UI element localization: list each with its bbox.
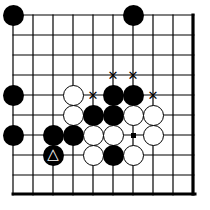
board-point[interactable]: ✕ bbox=[83, 85, 103, 105]
board-point[interactable] bbox=[123, 25, 143, 45]
board-point[interactable] bbox=[163, 125, 183, 145]
black-stone bbox=[103, 85, 124, 106]
board-point[interactable] bbox=[103, 125, 123, 145]
black-stone bbox=[3, 125, 24, 146]
board-point[interactable] bbox=[143, 65, 163, 85]
board-point[interactable] bbox=[143, 5, 163, 25]
board-point[interactable] bbox=[163, 105, 183, 125]
board-point[interactable] bbox=[3, 125, 23, 145]
board-point[interactable] bbox=[123, 45, 143, 65]
board-point[interactable] bbox=[3, 105, 23, 125]
board-point[interactable] bbox=[183, 25, 203, 45]
board-point[interactable] bbox=[83, 125, 103, 145]
board-point[interactable]: ✕ bbox=[143, 85, 163, 105]
board-point[interactable] bbox=[83, 65, 103, 85]
board-point[interactable]: ✕ bbox=[123, 65, 143, 85]
board-point[interactable] bbox=[23, 165, 43, 185]
board-point[interactable] bbox=[143, 165, 163, 185]
x-mark-icon: ✕ bbox=[128, 69, 139, 82]
x-mark-icon: ✕ bbox=[88, 89, 99, 102]
white-stone bbox=[63, 85, 84, 106]
board-point[interactable] bbox=[3, 45, 23, 65]
board-point[interactable] bbox=[23, 85, 43, 105]
board-point[interactable] bbox=[43, 25, 63, 45]
board-point[interactable] bbox=[3, 5, 23, 25]
black-stone bbox=[3, 85, 24, 106]
board-point[interactable] bbox=[63, 65, 83, 85]
black-stone bbox=[83, 105, 104, 126]
board-point[interactable] bbox=[123, 5, 143, 25]
triangle-marked-black-stone: △ bbox=[43, 145, 64, 166]
board-point[interactable] bbox=[3, 65, 23, 85]
board-point[interactable] bbox=[63, 25, 83, 45]
board-point[interactable] bbox=[43, 165, 63, 185]
board-point[interactable] bbox=[143, 45, 163, 65]
board-point[interactable] bbox=[83, 185, 103, 205]
board-point[interactable] bbox=[163, 145, 183, 165]
board-point[interactable] bbox=[83, 105, 103, 125]
x-mark-icon: ✕ bbox=[148, 89, 159, 102]
board-point[interactable] bbox=[163, 25, 183, 45]
board-point[interactable] bbox=[163, 185, 183, 205]
white-stone bbox=[123, 105, 144, 126]
board-point[interactable] bbox=[103, 85, 123, 105]
board-point[interactable] bbox=[103, 165, 123, 185]
black-stone bbox=[123, 85, 144, 106]
board-point[interactable] bbox=[63, 105, 83, 125]
black-stone bbox=[3, 5, 24, 26]
board-point[interactable] bbox=[83, 45, 103, 65]
black-stone bbox=[63, 125, 84, 146]
board-point[interactable] bbox=[163, 5, 183, 25]
white-stone bbox=[123, 145, 144, 166]
board-point[interactable] bbox=[123, 105, 143, 125]
board-point[interactable] bbox=[103, 185, 123, 205]
board-point[interactable] bbox=[123, 85, 143, 105]
star-point-icon bbox=[131, 133, 136, 138]
board-point[interactable] bbox=[103, 145, 123, 165]
white-stone bbox=[103, 125, 124, 146]
board-point[interactable] bbox=[183, 105, 203, 125]
board-point[interactable] bbox=[63, 125, 83, 145]
board-point[interactable] bbox=[43, 5, 63, 25]
board-point[interactable] bbox=[183, 45, 203, 65]
board-point[interactable] bbox=[183, 65, 203, 85]
triangle-mark-icon: △ bbox=[47, 147, 59, 162]
board-point[interactable] bbox=[143, 105, 163, 125]
go-board[interactable]: ✕✕✕✕△ bbox=[3, 5, 203, 205]
board-point[interactable] bbox=[43, 105, 63, 125]
white-stone bbox=[143, 125, 164, 146]
board-point[interactable] bbox=[43, 125, 63, 145]
board-point[interactable]: ✕ bbox=[103, 65, 123, 85]
white-stone bbox=[83, 145, 104, 166]
board-point[interactable] bbox=[183, 85, 203, 105]
x-mark-icon: ✕ bbox=[108, 69, 119, 82]
board-point[interactable] bbox=[63, 45, 83, 65]
board-point[interactable] bbox=[23, 145, 43, 165]
board-point[interactable] bbox=[43, 185, 63, 205]
board-point[interactable] bbox=[83, 5, 103, 25]
board-point[interactable] bbox=[3, 165, 23, 185]
board-point[interactable] bbox=[123, 125, 143, 145]
board-point[interactable] bbox=[63, 5, 83, 25]
black-stone bbox=[123, 5, 144, 26]
board-point[interactable] bbox=[63, 145, 83, 165]
board-point[interactable] bbox=[163, 165, 183, 185]
board-point[interactable] bbox=[23, 105, 43, 125]
board-point[interactable] bbox=[103, 5, 123, 25]
board-point[interactable] bbox=[83, 165, 103, 185]
board-point[interactable] bbox=[23, 25, 43, 45]
board-point[interactable]: △ bbox=[43, 145, 63, 165]
black-stone bbox=[103, 145, 124, 166]
board-point[interactable] bbox=[3, 185, 23, 205]
board-point[interactable] bbox=[43, 65, 63, 85]
board-point[interactable] bbox=[163, 65, 183, 85]
board-point[interactable] bbox=[63, 185, 83, 205]
board-point[interactable] bbox=[23, 45, 43, 65]
board-point[interactable] bbox=[23, 185, 43, 205]
board-point[interactable] bbox=[143, 185, 163, 205]
board-point[interactable] bbox=[23, 5, 43, 25]
board-point[interactable] bbox=[103, 105, 123, 125]
white-stone bbox=[143, 105, 164, 126]
board-point[interactable] bbox=[83, 25, 103, 45]
board-point[interactable] bbox=[23, 125, 43, 145]
white-stone bbox=[63, 105, 84, 126]
board-point[interactable] bbox=[23, 65, 43, 85]
board-point[interactable] bbox=[3, 85, 23, 105]
board-point[interactable] bbox=[183, 125, 203, 145]
board-point[interactable] bbox=[3, 145, 23, 165]
board-point[interactable] bbox=[63, 85, 83, 105]
white-stone bbox=[83, 125, 104, 146]
board-point[interactable] bbox=[123, 145, 143, 165]
board-point[interactable] bbox=[3, 25, 23, 45]
black-stone bbox=[103, 105, 124, 126]
board-point[interactable] bbox=[83, 145, 103, 165]
board-point[interactable] bbox=[163, 85, 183, 105]
board-point[interactable] bbox=[43, 85, 63, 105]
board-point[interactable] bbox=[123, 185, 143, 205]
board-point[interactable] bbox=[123, 165, 143, 185]
board-point[interactable] bbox=[183, 185, 203, 205]
board-point[interactable] bbox=[143, 125, 163, 145]
board-point[interactable] bbox=[63, 165, 83, 185]
board-point[interactable] bbox=[143, 145, 163, 165]
board-point[interactable] bbox=[183, 5, 203, 25]
board-point[interactable] bbox=[103, 25, 123, 45]
go-diagram: ✕✕✕✕△ bbox=[0, 0, 210, 210]
board-point[interactable] bbox=[183, 145, 203, 165]
board-point[interactable] bbox=[143, 25, 163, 45]
board-point[interactable] bbox=[163, 45, 183, 65]
board-point[interactable] bbox=[43, 45, 63, 65]
board-point[interactable] bbox=[103, 45, 123, 65]
black-stone bbox=[43, 125, 64, 146]
board-point[interactable] bbox=[183, 165, 203, 185]
